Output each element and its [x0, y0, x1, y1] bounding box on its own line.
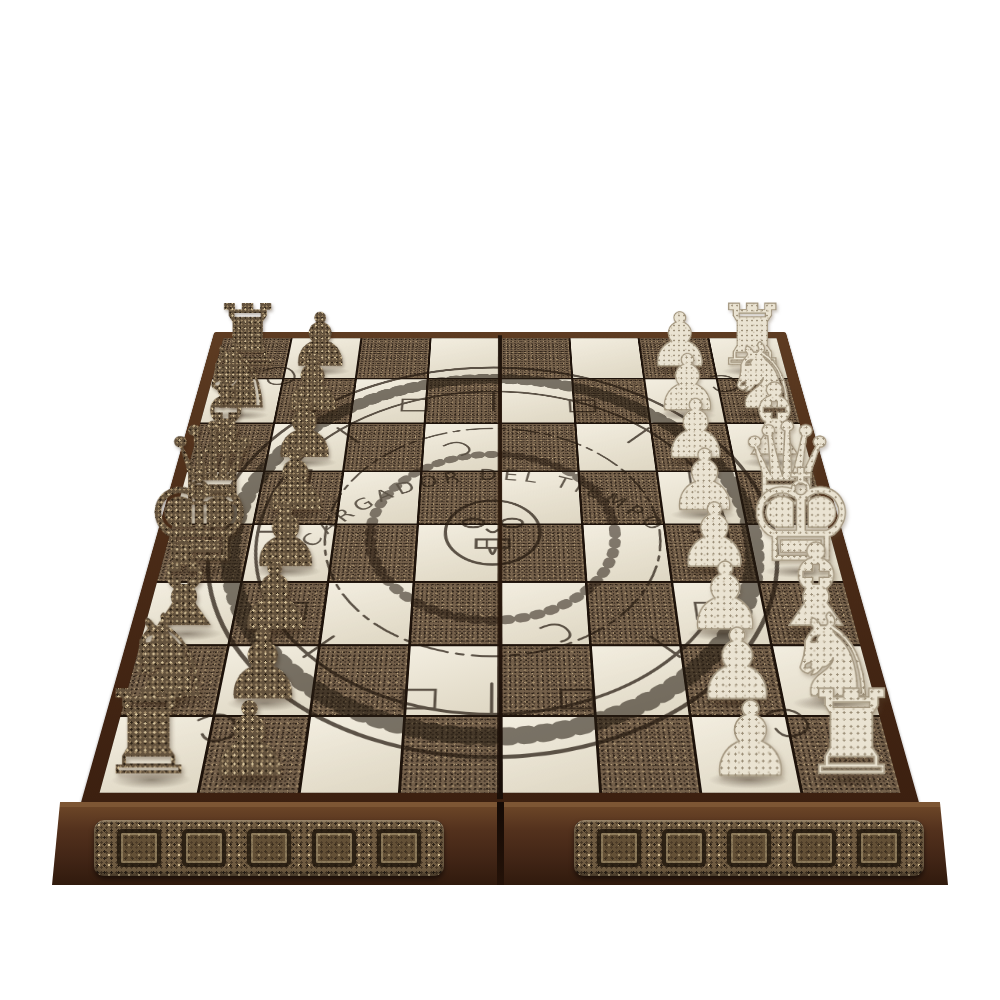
square-f6[interactable]	[321, 583, 413, 645]
square-c4[interactable]	[501, 424, 577, 471]
square-f4[interactable]	[501, 583, 589, 645]
square-g6[interactable]	[311, 646, 408, 714]
square-c5[interactable]	[423, 424, 499, 471]
square-h5[interactable]	[401, 717, 499, 793]
carved-glyph-block	[857, 829, 901, 867]
carved-glyph-block	[597, 829, 641, 867]
carved-glyph-block	[662, 829, 706, 867]
carved-glyph-block	[727, 829, 771, 867]
square-g3[interactable]	[592, 646, 689, 714]
carved-glyph-block	[247, 829, 291, 867]
piece-white-p-h2[interactable]: ♟	[705, 688, 797, 791]
square-b5[interactable]	[426, 379, 499, 422]
square-e3[interactable]	[583, 525, 670, 581]
square-e5[interactable]	[415, 525, 498, 581]
piece-black-r-h8[interactable]: ♜	[96, 674, 201, 791]
square-c6[interactable]	[344, 424, 423, 471]
square-d4[interactable]	[501, 472, 581, 523]
square-a4[interactable]	[501, 338, 571, 378]
carved-glyph-block	[117, 829, 161, 867]
square-d3[interactable]	[580, 472, 663, 523]
wooden-box-front	[52, 802, 948, 885]
square-e4[interactable]	[501, 525, 584, 581]
box-fold-seam	[497, 802, 504, 885]
square-a6[interactable]	[357, 338, 430, 378]
square-h3[interactable]	[597, 717, 700, 793]
square-h7[interactable]: ♟	[200, 717, 308, 793]
chess-board: ♜♟♟♜♞♟♟♞♝♟♟♝♛♟♟♛♚♟♟♚♝♟♟♝♞♟♟♞♜♟♟♜	[80, 332, 920, 806]
square-a3[interactable]	[570, 338, 643, 378]
carved-glyph-block	[377, 829, 421, 867]
piece-black-p-h7[interactable]: ♟	[203, 688, 295, 791]
carved-handle-left	[94, 820, 444, 876]
square-b4[interactable]	[501, 379, 574, 422]
square-b6[interactable]	[351, 379, 427, 422]
square-d6[interactable]	[337, 472, 420, 523]
carved-handle-right	[574, 820, 924, 876]
square-h1[interactable]: ♜	[787, 717, 900, 793]
square-f5[interactable]	[411, 583, 499, 645]
square-h8[interactable]: ♜	[100, 717, 213, 793]
square-h2[interactable]: ♟	[692, 717, 800, 793]
square-a5[interactable]	[429, 338, 499, 378]
square-f3[interactable]	[587, 583, 679, 645]
carved-glyph-block	[182, 829, 226, 867]
square-e6[interactable]	[329, 525, 416, 581]
square-g4[interactable]	[501, 646, 593, 714]
chess-set-photo: ♜♟♟♜♞♟♟♞♝♟♟♝♛♟♟♛♚♟♟♚♝♟♟♝♞♟♟♞♜♟♟♜	[0, 0, 1000, 1000]
square-h6[interactable]	[301, 717, 404, 793]
square-g5[interactable]	[406, 646, 498, 714]
piece-white-r-h1[interactable]: ♜	[799, 674, 904, 791]
square-c3[interactable]	[576, 424, 655, 471]
carved-glyph-block	[792, 829, 836, 867]
square-b3[interactable]	[573, 379, 649, 422]
square-d5[interactable]	[419, 472, 499, 523]
carved-glyph-block	[312, 829, 356, 867]
board-fold-seam	[497, 335, 503, 799]
square-h4[interactable]	[501, 717, 599, 793]
